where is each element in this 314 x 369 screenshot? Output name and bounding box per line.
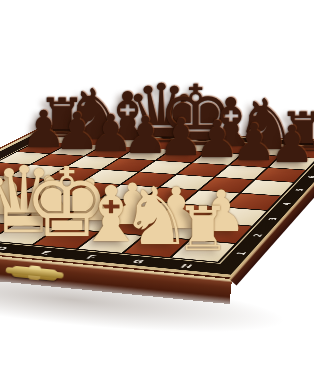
brass-latch bbox=[11, 266, 58, 281]
chess-board: ABCDEFGH 12345678 bbox=[0, 125, 314, 280]
chess-set-photo: ABCDEFGH 12345678 ♜♞♝♛♚♝♞♜♟♟♟♟♟♟♟♟♟♟♟♟♟♟… bbox=[0, 0, 314, 369]
